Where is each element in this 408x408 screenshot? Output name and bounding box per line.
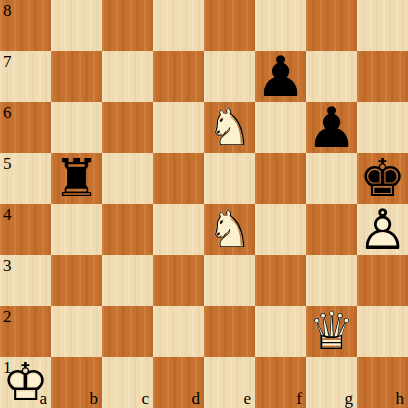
square-h1[interactable]: h [357, 357, 408, 408]
square-c2[interactable] [102, 306, 153, 357]
square-g2[interactable]: ♛♕ [306, 306, 357, 357]
square-b1[interactable]: b [51, 357, 102, 408]
piece-black-pawn[interactable]: ♟ [255, 51, 306, 102]
square-f1[interactable]: f [255, 357, 306, 408]
piece-black-pawn[interactable]: ♟ [306, 102, 357, 153]
black-pawn-glyph: ♟ [255, 51, 306, 102]
square-d7[interactable] [153, 51, 204, 102]
square-e2[interactable] [204, 306, 255, 357]
square-e3[interactable] [204, 255, 255, 306]
square-d8[interactable] [153, 0, 204, 51]
square-a8[interactable]: 8 [0, 0, 51, 51]
square-h6[interactable] [357, 102, 408, 153]
white-pawn-outline-glyph: ♙ [357, 204, 408, 255]
white-king-outline-glyph: ♔ [0, 357, 51, 408]
piece-white-pawn[interactable]: ♟♙ [357, 204, 408, 255]
square-h4[interactable]: ♟♙ [357, 204, 408, 255]
white-knight-outline-glyph: ♘ [204, 204, 255, 255]
square-f5[interactable] [255, 153, 306, 204]
square-h2[interactable] [357, 306, 408, 357]
square-d2[interactable] [153, 306, 204, 357]
rank-label-7: 7 [3, 53, 12, 70]
piece-white-knight[interactable]: ♞♘ [204, 102, 255, 153]
square-g5[interactable] [306, 153, 357, 204]
square-b6[interactable] [51, 102, 102, 153]
square-c1[interactable]: c [102, 357, 153, 408]
file-label-e: e [243, 390, 251, 407]
square-h3[interactable] [357, 255, 408, 306]
square-g4[interactable] [306, 204, 357, 255]
file-label-c: c [141, 390, 149, 407]
square-c4[interactable] [102, 204, 153, 255]
square-d6[interactable] [153, 102, 204, 153]
square-a4[interactable]: 4 [0, 204, 51, 255]
square-e8[interactable] [204, 0, 255, 51]
square-a5[interactable]: 5 [0, 153, 51, 204]
file-label-h: h [396, 390, 405, 407]
square-c7[interactable] [102, 51, 153, 102]
square-g6[interactable]: ♟ [306, 102, 357, 153]
square-g8[interactable] [306, 0, 357, 51]
white-queen-outline-glyph: ♕ [306, 306, 357, 357]
square-f7[interactable]: ♟ [255, 51, 306, 102]
file-label-d: d [192, 390, 201, 407]
rank-label-2: 2 [3, 308, 12, 325]
square-e5[interactable] [204, 153, 255, 204]
square-c8[interactable] [102, 0, 153, 51]
square-e7[interactable] [204, 51, 255, 102]
square-b2[interactable] [51, 306, 102, 357]
file-label-f: f [296, 390, 302, 407]
square-h7[interactable] [357, 51, 408, 102]
black-rook-glyph: ♜ [51, 153, 102, 204]
square-f3[interactable] [255, 255, 306, 306]
square-d3[interactable] [153, 255, 204, 306]
square-c3[interactable] [102, 255, 153, 306]
rank-label-5: 5 [3, 155, 12, 172]
black-pawn-glyph: ♟ [306, 102, 357, 153]
square-d5[interactable] [153, 153, 204, 204]
square-c5[interactable] [102, 153, 153, 204]
square-a6[interactable]: 6 [0, 102, 51, 153]
chess-board-wrapper: 87♟6♞♘♟5♜♚4♞♘♟♙32♛♕♚♔1abcdefgh [0, 0, 408, 408]
square-b7[interactable] [51, 51, 102, 102]
square-f6[interactable] [255, 102, 306, 153]
square-c6[interactable] [102, 102, 153, 153]
white-knight-outline-glyph: ♘ [204, 102, 255, 153]
square-h8[interactable] [357, 0, 408, 51]
square-e4[interactable]: ♞♘ [204, 204, 255, 255]
square-g3[interactable] [306, 255, 357, 306]
square-g1[interactable]: g [306, 357, 357, 408]
file-label-b: b [90, 390, 99, 407]
rank-label-4: 4 [3, 206, 12, 223]
piece-white-queen[interactable]: ♛♕ [306, 306, 357, 357]
file-label-g: g [345, 390, 354, 407]
square-e6[interactable]: ♞♘ [204, 102, 255, 153]
square-f2[interactable] [255, 306, 306, 357]
piece-white-knight[interactable]: ♞♘ [204, 204, 255, 255]
square-a1[interactable]: ♚♔1a [0, 357, 51, 408]
square-d4[interactable] [153, 204, 204, 255]
square-f4[interactable] [255, 204, 306, 255]
square-b3[interactable] [51, 255, 102, 306]
square-a7[interactable]: 7 [0, 51, 51, 102]
square-b4[interactable] [51, 204, 102, 255]
square-e1[interactable]: e [204, 357, 255, 408]
piece-black-rook[interactable]: ♜ [51, 153, 102, 204]
square-a2[interactable]: 2 [0, 306, 51, 357]
square-b5[interactable]: ♜ [51, 153, 102, 204]
rank-label-6: 6 [3, 104, 12, 121]
piece-white-king[interactable]: ♚♔ [0, 357, 51, 408]
rank-label-8: 8 [3, 2, 12, 19]
square-d1[interactable]: d [153, 357, 204, 408]
rank-label-3: 3 [3, 257, 12, 274]
square-b8[interactable] [51, 0, 102, 51]
chess-board: 87♟6♞♘♟5♜♚4♞♘♟♙32♛♕♚♔1abcdefgh [0, 0, 408, 408]
square-a3[interactable]: 3 [0, 255, 51, 306]
